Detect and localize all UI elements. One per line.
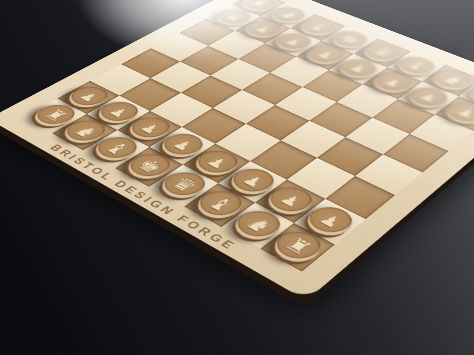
chess-piece-glyph: ♟ — [454, 106, 474, 120]
chess-piece-glyph: ♞ — [69, 122, 101, 140]
chess-piece-glyph: ♟ — [381, 76, 405, 89]
chess-piece-glyph: ♝ — [203, 193, 238, 215]
chess-piece-glyph: ♝ — [403, 58, 431, 73]
chess-piece-glyph: ♟ — [347, 62, 371, 75]
chess-piece-glyph: ♟ — [204, 154, 231, 170]
chess-piece-glyph: ♟ — [314, 49, 337, 61]
chess-piece-glyph: ♟ — [239, 172, 267, 189]
chess-piece-glyph: ♚ — [133, 156, 167, 176]
chess-board: ♜♞♝♚♛♝♞♜♟♟♟♟♟♟♟♟♟♟♟♟♟♟♟♟♜♞♝♚♛♝♞♜ BRISTOL… — [0, 0, 474, 300]
chess-piece-glyph: ♞ — [275, 8, 302, 21]
chess-piece-glyph: ♞ — [241, 213, 277, 236]
photo-scene: ♜♞♝♚♛♝♞♜♟♟♟♟♟♟♟♟♟♟♟♟♟♟♟♟♜♞♝♚♛♝♞♜ BRISTOL… — [0, 0, 474, 355]
chess-piece-glyph: ♛ — [369, 45, 397, 59]
chess-piece-glyph: ♝ — [305, 20, 332, 33]
chess-piece-glyph: ♟ — [417, 91, 442, 105]
chess-piece-glyph: ♟ — [170, 137, 197, 152]
chess-piece-glyph: ♜ — [246, 0, 272, 10]
chess-piece-glyph: ♜ — [40, 107, 72, 124]
board-grid: ♜♞♝♚♛♝♞♜♟♟♟♟♟♟♟♟♟♟♟♟♟♟♟♟♜♞♝♚♛♝♞♜ — [23, 0, 474, 272]
chess-piece-glyph: ♟ — [252, 24, 275, 35]
chess-piece-glyph: ♟ — [76, 90, 101, 104]
chess-piece-glyph: ♟ — [106, 105, 132, 119]
chess-piece-glyph: ♝ — [101, 139, 134, 158]
chess-piece-glyph: ♜ — [280, 234, 317, 258]
chess-piece-glyph: ♟ — [137, 121, 163, 136]
chess-piece-glyph: ♞ — [438, 72, 467, 88]
chess-piece-glyph: ♟ — [223, 12, 245, 23]
chess-piece-glyph: ♟ — [277, 191, 306, 209]
chess-piece-glyph: ♟ — [316, 211, 345, 230]
chess-piece-glyph: ♛ — [167, 174, 201, 195]
chess-piece-glyph: ♟ — [282, 36, 305, 48]
chess-piece-glyph: ♚ — [336, 32, 364, 46]
